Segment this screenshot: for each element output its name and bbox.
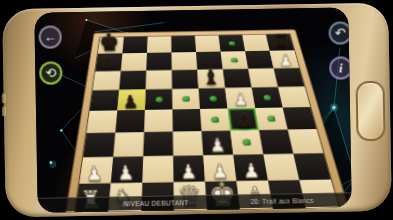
level-label: NIVEAU DEBUTANT bbox=[124, 199, 189, 207]
square-h6[interactable] bbox=[274, 68, 305, 87]
black-pawn-b5[interactable]: ♟ bbox=[123, 93, 139, 111]
legal-move-dot bbox=[209, 95, 217, 101]
square-f3[interactable] bbox=[230, 130, 263, 155]
legal-move-dot bbox=[230, 58, 237, 63]
legal-move-dot bbox=[155, 96, 162, 102]
square-c5[interactable] bbox=[145, 89, 173, 110]
square-b7[interactable] bbox=[121, 53, 147, 71]
undo-button[interactable]: ↶ bbox=[328, 21, 351, 44]
white-pawn-f2[interactable]: ♟ bbox=[243, 161, 261, 181]
square-f7[interactable] bbox=[221, 51, 249, 69]
white-pawn-b2[interactable]: ♟ bbox=[117, 163, 135, 183]
square-f4[interactable]: ♟ bbox=[228, 108, 259, 131]
board-scene: ♚♜♟♟♝♟♟♟♟♟♟♟♟♟♜♞♛♚♝ abcdefgh bbox=[72, 7, 328, 212]
white-pawn-f5[interactable]: ♟ bbox=[233, 91, 249, 109]
file-label-e: e bbox=[207, 210, 241, 213]
square-c6[interactable] bbox=[146, 70, 172, 89]
file-label-g: g bbox=[273, 209, 308, 213]
square-d6[interactable] bbox=[172, 70, 199, 89]
square-a6[interactable] bbox=[93, 71, 121, 90]
white-pawn-a2[interactable]: ♟ bbox=[85, 164, 103, 184]
volume-key-down[interactable] bbox=[2, 106, 6, 116]
black-bishop-e6[interactable]: ♝ bbox=[202, 68, 221, 89]
chess-board: ♚♜♟♟♝♟♟♟♟♟♟♟♟♟♜♞♛♚♝ bbox=[75, 34, 339, 213]
file-label-c: c bbox=[141, 211, 174, 213]
square-b4[interactable] bbox=[115, 110, 145, 133]
phone-screen: ♚♜♟♟♝♟♟♟♟♟♟♟♟♟♜♞♛♚♝ abcdefgh ← ⟲ ↶ i NIV… bbox=[34, 7, 351, 212]
square-f8[interactable] bbox=[219, 35, 246, 52]
info-button[interactable]: i bbox=[329, 56, 352, 79]
legal-move-dot bbox=[228, 41, 235, 45]
white-pawn-h7[interactable]: ♟ bbox=[279, 52, 294, 68]
square-e4[interactable] bbox=[200, 108, 230, 131]
square-a2[interactable]: ♟ bbox=[79, 157, 113, 184]
board-frame: ♚♜♟♟♝♟♟♟♟♟♟♟♟♟♜♞♛♚♝ abcdefgh bbox=[65, 30, 350, 213]
screenshot-root: ♚♜♟♟♝♟♟♟♟♟♟♟♟♟♜♞♛♚♝ abcdefgh ← ⟲ ↶ i NIV… bbox=[0, 0, 393, 220]
square-h5[interactable] bbox=[278, 87, 310, 108]
square-h2[interactable] bbox=[293, 153, 330, 180]
square-a7[interactable]: ♟ bbox=[95, 53, 122, 71]
file-label-d: d bbox=[174, 211, 208, 213]
square-f5[interactable]: ♟ bbox=[225, 88, 255, 109]
square-b8[interactable] bbox=[122, 37, 147, 54]
info-icon: i bbox=[339, 61, 343, 74]
legal-move-dot bbox=[242, 139, 251, 146]
file-label-f: f bbox=[240, 210, 274, 213]
square-e5[interactable] bbox=[199, 88, 228, 109]
legal-move-dot bbox=[267, 116, 276, 122]
square-d8[interactable] bbox=[171, 36, 196, 53]
black-pawn-f4[interactable]: ♟ bbox=[236, 112, 252, 130]
turn-indicator: 20: Trait aux Blancs bbox=[250, 197, 313, 205]
square-d5[interactable] bbox=[172, 89, 200, 110]
square-g7[interactable] bbox=[245, 51, 274, 69]
square-a4[interactable] bbox=[87, 110, 118, 133]
square-a3[interactable] bbox=[83, 133, 115, 158]
legal-move-dot bbox=[263, 95, 271, 101]
square-c8[interactable] bbox=[147, 36, 172, 53]
square-b2[interactable]: ♟ bbox=[111, 156, 143, 183]
square-f6[interactable] bbox=[223, 69, 252, 88]
square-d7[interactable] bbox=[171, 52, 197, 70]
square-c2[interactable] bbox=[142, 156, 173, 183]
white-pawn-e3[interactable]: ♟ bbox=[209, 136, 226, 155]
square-h3[interactable] bbox=[288, 129, 324, 154]
black-pawn-a7[interactable]: ♟ bbox=[100, 55, 115, 71]
reset-rotate-icon: ⟲ bbox=[45, 66, 56, 79]
square-d3[interactable] bbox=[173, 131, 203, 156]
file-label-h: h bbox=[306, 208, 341, 212]
legal-move-dot bbox=[182, 96, 190, 102]
square-h4[interactable] bbox=[283, 107, 317, 130]
home-button[interactable] bbox=[356, 81, 386, 141]
black-rook-h8[interactable]: ♜ bbox=[273, 33, 289, 51]
legal-move-dot bbox=[211, 117, 219, 123]
square-a5[interactable] bbox=[90, 90, 119, 111]
square-a8[interactable]: ♚ bbox=[98, 37, 124, 54]
file-label-b: b bbox=[107, 212, 141, 213]
undo-arrow-icon: ↶ bbox=[335, 26, 346, 39]
square-h7[interactable]: ♟ bbox=[270, 50, 299, 68]
square-e8[interactable] bbox=[195, 35, 221, 52]
square-h8[interactable]: ♜ bbox=[266, 34, 294, 51]
square-d4[interactable] bbox=[172, 109, 201, 132]
square-b5[interactable]: ♟ bbox=[117, 89, 145, 110]
square-c3[interactable] bbox=[143, 132, 173, 157]
black-king-a8[interactable]: ♚ bbox=[98, 30, 120, 54]
square-f2[interactable]: ♟ bbox=[233, 154, 268, 181]
square-c7[interactable] bbox=[146, 53, 171, 71]
square-c4[interactable] bbox=[144, 109, 173, 132]
back-arrow-icon: ← bbox=[44, 30, 57, 43]
square-e6[interactable]: ♝ bbox=[197, 69, 225, 88]
square-e3[interactable]: ♟ bbox=[202, 131, 234, 156]
square-b6[interactable] bbox=[119, 71, 146, 90]
phone-frame: ♚♜♟♟♝♟♟♟♟♟♟♟♟♟♜♞♛♚♝ abcdefgh ← ⟲ ↶ i NIV… bbox=[2, 3, 392, 218]
square-b3[interactable] bbox=[113, 132, 144, 157]
volume-key-up[interactable] bbox=[2, 93, 6, 103]
